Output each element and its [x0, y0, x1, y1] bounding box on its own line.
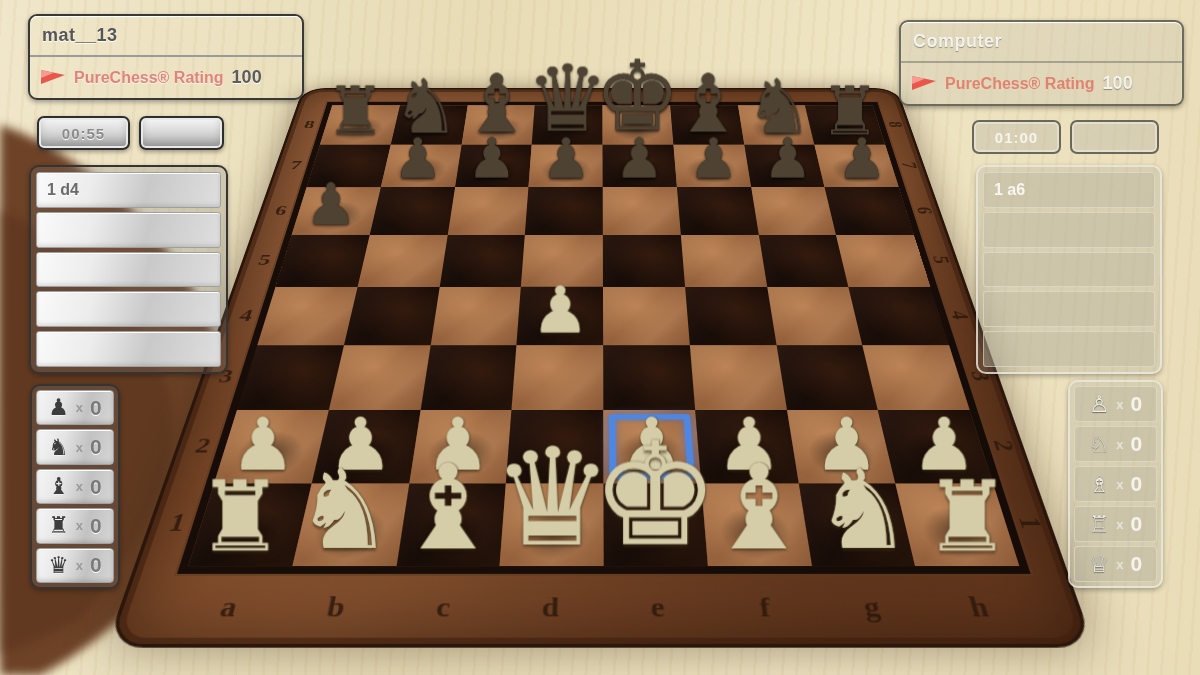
square-e5[interactable]	[603, 235, 685, 287]
times-label: x	[1116, 517, 1123, 532]
times-label: x	[76, 558, 83, 573]
computer-move-list: 1 a6	[976, 165, 1162, 374]
rank-label-right-6: 6	[911, 207, 938, 214]
square-c7[interactable]: ♟	[455, 144, 532, 187]
file-label-f: f	[758, 592, 772, 624]
square-f3[interactable]	[690, 345, 787, 410]
computer-name: Computer	[913, 31, 1002, 52]
square-h7[interactable]: ♟	[814, 144, 898, 187]
file-label-b: b	[324, 592, 348, 624]
square-d7[interactable]: ♟	[529, 144, 603, 187]
chess-board: ♜♞♝♛♚♝♞♜♟♟♟♟♟♟♟♟♟♟♟♟♟♟♟♟♜♞♝♛♚♝♞♜ 88a77b6…	[105, 88, 1094, 648]
square-e3[interactable]	[603, 345, 695, 410]
file-label-d: d	[541, 592, 559, 624]
rank-label-right-7: 7	[896, 162, 922, 168]
square-b7[interactable]: ♟	[381, 144, 462, 187]
captured-count: 0	[1131, 552, 1143, 576]
black-rook-a8[interactable]: ♜	[326, 79, 386, 142]
rating-flag-icon	[911, 75, 937, 93]
rank-label-left-4: 4	[237, 305, 256, 325]
move-row	[983, 331, 1155, 367]
move-row	[36, 331, 221, 367]
square-f6[interactable]	[677, 187, 759, 234]
player-secondary-button[interactable]	[139, 116, 224, 150]
captured-count: 0	[90, 514, 102, 538]
square-h1[interactable]: ♜	[896, 483, 1020, 566]
captured-count: 0	[90, 435, 102, 459]
rank-label-left-7: 7	[288, 158, 303, 173]
move-row: 1 d4	[36, 172, 221, 208]
rating-value: 100	[232, 67, 262, 88]
move-row	[983, 212, 1155, 248]
captured-row-pawn: ♙ x 0	[1074, 386, 1157, 422]
captured-count: 0	[90, 475, 102, 499]
captured-row-queen: ♛ x 0	[36, 548, 114, 583]
square-h4[interactable]	[849, 287, 949, 345]
captured-count: 0	[90, 553, 102, 577]
captured-knight-icon: ♞	[48, 436, 69, 459]
square-a5[interactable]	[275, 235, 369, 287]
times-label: x	[1116, 397, 1123, 412]
black-pawn-d7[interactable]: ♟	[541, 133, 591, 186]
player-clock-button[interactable]: 00:55	[37, 116, 130, 150]
square-d4[interactable]: ♟	[517, 287, 603, 345]
square-e1[interactable]: ♚	[604, 483, 708, 566]
square-a6[interactable]: ♟	[292, 187, 381, 234]
black-pawn-c7[interactable]: ♟	[467, 133, 517, 186]
captured-count: 0	[1131, 432, 1143, 456]
captured-queen-icon: ♛	[48, 554, 69, 577]
black-pawn-h7[interactable]: ♟	[837, 133, 887, 186]
captured-row-bishop: ♗ x 0	[1074, 466, 1157, 502]
square-b4[interactable]	[344, 287, 439, 345]
captured-count: 0	[1131, 392, 1143, 416]
player-name: mat__13	[42, 25, 118, 46]
times-label: x	[76, 518, 83, 533]
file-label-a: a	[217, 592, 241, 624]
captured-count: 0	[1131, 472, 1143, 496]
board-squares: ♜♞♝♛♚♝♞♜♟♟♟♟♟♟♟♟♟♟♟♟♟♟♟♟♜♞♝♛♚♝♞♜	[188, 105, 1019, 566]
square-d3[interactable]	[512, 345, 604, 410]
square-a1[interactable]: ♜	[188, 483, 311, 566]
captured-bishop-icon: ♝	[48, 475, 69, 498]
captured-rook-icon: ♖	[1089, 513, 1110, 536]
square-c6[interactable]	[447, 187, 528, 234]
square-f5[interactable]	[681, 235, 767, 287]
rank-label-left-6: 6	[273, 202, 289, 218]
rank-label-right-5: 5	[927, 256, 956, 264]
black-pawn-g7[interactable]: ♟	[763, 133, 813, 186]
captured-row-knight: ♞ x 0	[36, 429, 114, 464]
square-b1[interactable]: ♞	[292, 483, 409, 566]
player-move-list: 1 d4	[29, 165, 228, 374]
white-pawn-d4[interactable]: ♟	[531, 281, 589, 342]
white-knight-b1[interactable]: ♞	[295, 458, 394, 563]
captured-queen-icon: ♕	[1089, 553, 1110, 576]
square-e7[interactable]: ♟	[603, 144, 677, 187]
rank-label-left-1: 1	[165, 509, 189, 537]
square-b3[interactable]	[329, 345, 431, 410]
captured-count: 0	[90, 396, 102, 420]
square-c1[interactable]: ♝	[396, 483, 506, 566]
square-d6[interactable]	[525, 187, 603, 234]
times-label: x	[1116, 477, 1123, 492]
rank-label-right-2: 2	[987, 440, 1022, 451]
rank-label-left-2: 2	[192, 433, 214, 458]
move-row	[36, 212, 221, 248]
player-captured-tray: ♟ x 0 ♞ x 0 ♝ x 0 ♜ x 0 ♛ x 0	[30, 384, 120, 589]
rating-label: PureChess® Rating	[74, 69, 224, 87]
white-rook-h1[interactable]: ♜	[923, 470, 1011, 563]
rating-value: 100	[1103, 73, 1133, 94]
white-knight-g1[interactable]: ♞	[814, 458, 913, 563]
captured-row-bishop: ♝ x 0	[36, 469, 114, 504]
black-pawn-b7[interactable]: ♟	[393, 133, 443, 186]
rank-label-left-8: 8	[302, 118, 316, 131]
computer-captured-tray: ♙ x 0 ♘ x 0 ♗ x 0 ♖ x 0 ♕ x 0	[1068, 380, 1163, 588]
rating-flag-icon	[40, 69, 66, 87]
square-b5[interactable]	[357, 235, 447, 287]
square-e4[interactable]	[603, 287, 690, 345]
computer-info-panel: Computer PureChess® Rating 100	[899, 20, 1184, 106]
captured-count: 0	[1131, 512, 1143, 536]
square-f1[interactable]: ♝	[701, 483, 812, 566]
square-a4[interactable]	[257, 287, 357, 345]
square-a3[interactable]	[237, 345, 344, 410]
captured-pawn-icon: ♙	[1089, 393, 1110, 416]
captured-knight-icon: ♘	[1089, 433, 1110, 456]
rank-label-left-5: 5	[256, 251, 273, 269]
square-g3[interactable]	[776, 345, 878, 410]
file-label-e: e	[650, 592, 665, 624]
move-row: 1 a6	[983, 172, 1155, 208]
square-f7[interactable]: ♟	[673, 144, 751, 187]
times-label: x	[1116, 437, 1123, 452]
square-g1[interactable]: ♞	[798, 483, 915, 566]
square-h5[interactable]	[836, 235, 930, 287]
square-c4[interactable]	[430, 287, 521, 345]
rank-label-right-4: 4	[945, 311, 975, 320]
rank-label-right-8: 8	[883, 121, 908, 127]
square-g4[interactable]	[767, 287, 863, 345]
square-a8[interactable]: ♜	[320, 105, 400, 144]
square-g7[interactable]: ♟	[744, 144, 825, 187]
captured-row-knight: ♘ x 0	[1074, 426, 1157, 462]
square-g6[interactable]	[751, 187, 836, 234]
file-label-g: g	[861, 592, 883, 624]
white-king-e1[interactable]: ♚	[592, 427, 720, 563]
square-b6[interactable]	[370, 187, 455, 234]
rating-label: PureChess® Rating	[945, 75, 1095, 93]
captured-row-rook: ♖ x 0	[1074, 506, 1157, 542]
square-e6[interactable]	[603, 187, 681, 234]
computer-clock-button[interactable]: 01:00	[972, 120, 1061, 154]
rank-label-right-1: 1	[1012, 517, 1049, 530]
square-d1[interactable]: ♛	[500, 483, 604, 566]
captured-row-pawn: ♟ x 0	[36, 390, 114, 425]
white-bishop-c1[interactable]: ♝	[395, 451, 501, 563]
black-pawn-a6[interactable]: ♟	[305, 177, 357, 232]
captured-row-queen: ♕ x 0	[1074, 546, 1157, 582]
move-row	[983, 291, 1155, 327]
white-bishop-f1[interactable]: ♝	[707, 451, 813, 563]
board-scene: ♜♞♝♛♚♝♞♜♟♟♟♟♟♟♟♟♟♟♟♟♟♟♟♟♜♞♝♛♚♝♞♜ 88a77b6…	[229, 0, 971, 669]
square-c3[interactable]	[420, 345, 517, 410]
computer-secondary-button[interactable]	[1070, 120, 1159, 154]
square-f4[interactable]	[685, 287, 776, 345]
black-pawn-e7[interactable]: ♟	[615, 133, 665, 186]
file-label-c: c	[434, 592, 451, 624]
times-label: x	[76, 440, 83, 455]
times-label: x	[76, 400, 83, 415]
captured-bishop-icon: ♗	[1089, 473, 1110, 496]
white-rook-a1[interactable]: ♜	[197, 470, 285, 563]
square-h6[interactable]	[825, 187, 914, 234]
player-info-panel: mat__13 PureChess® Rating 100	[28, 14, 304, 100]
times-label: x	[1116, 557, 1123, 572]
times-label: x	[76, 479, 83, 494]
square-c5[interactable]	[439, 235, 525, 287]
move-row	[36, 252, 221, 288]
move-row	[36, 291, 221, 327]
black-pawn-f7[interactable]: ♟	[689, 133, 739, 186]
move-row	[983, 252, 1155, 288]
captured-rook-icon: ♜	[48, 514, 69, 537]
captured-row-rook: ♜ x 0	[36, 508, 114, 543]
square-g5[interactable]	[758, 235, 848, 287]
captured-pawn-icon: ♟	[48, 396, 69, 419]
file-label-h: h	[966, 592, 992, 624]
square-h3[interactable]	[862, 345, 969, 410]
